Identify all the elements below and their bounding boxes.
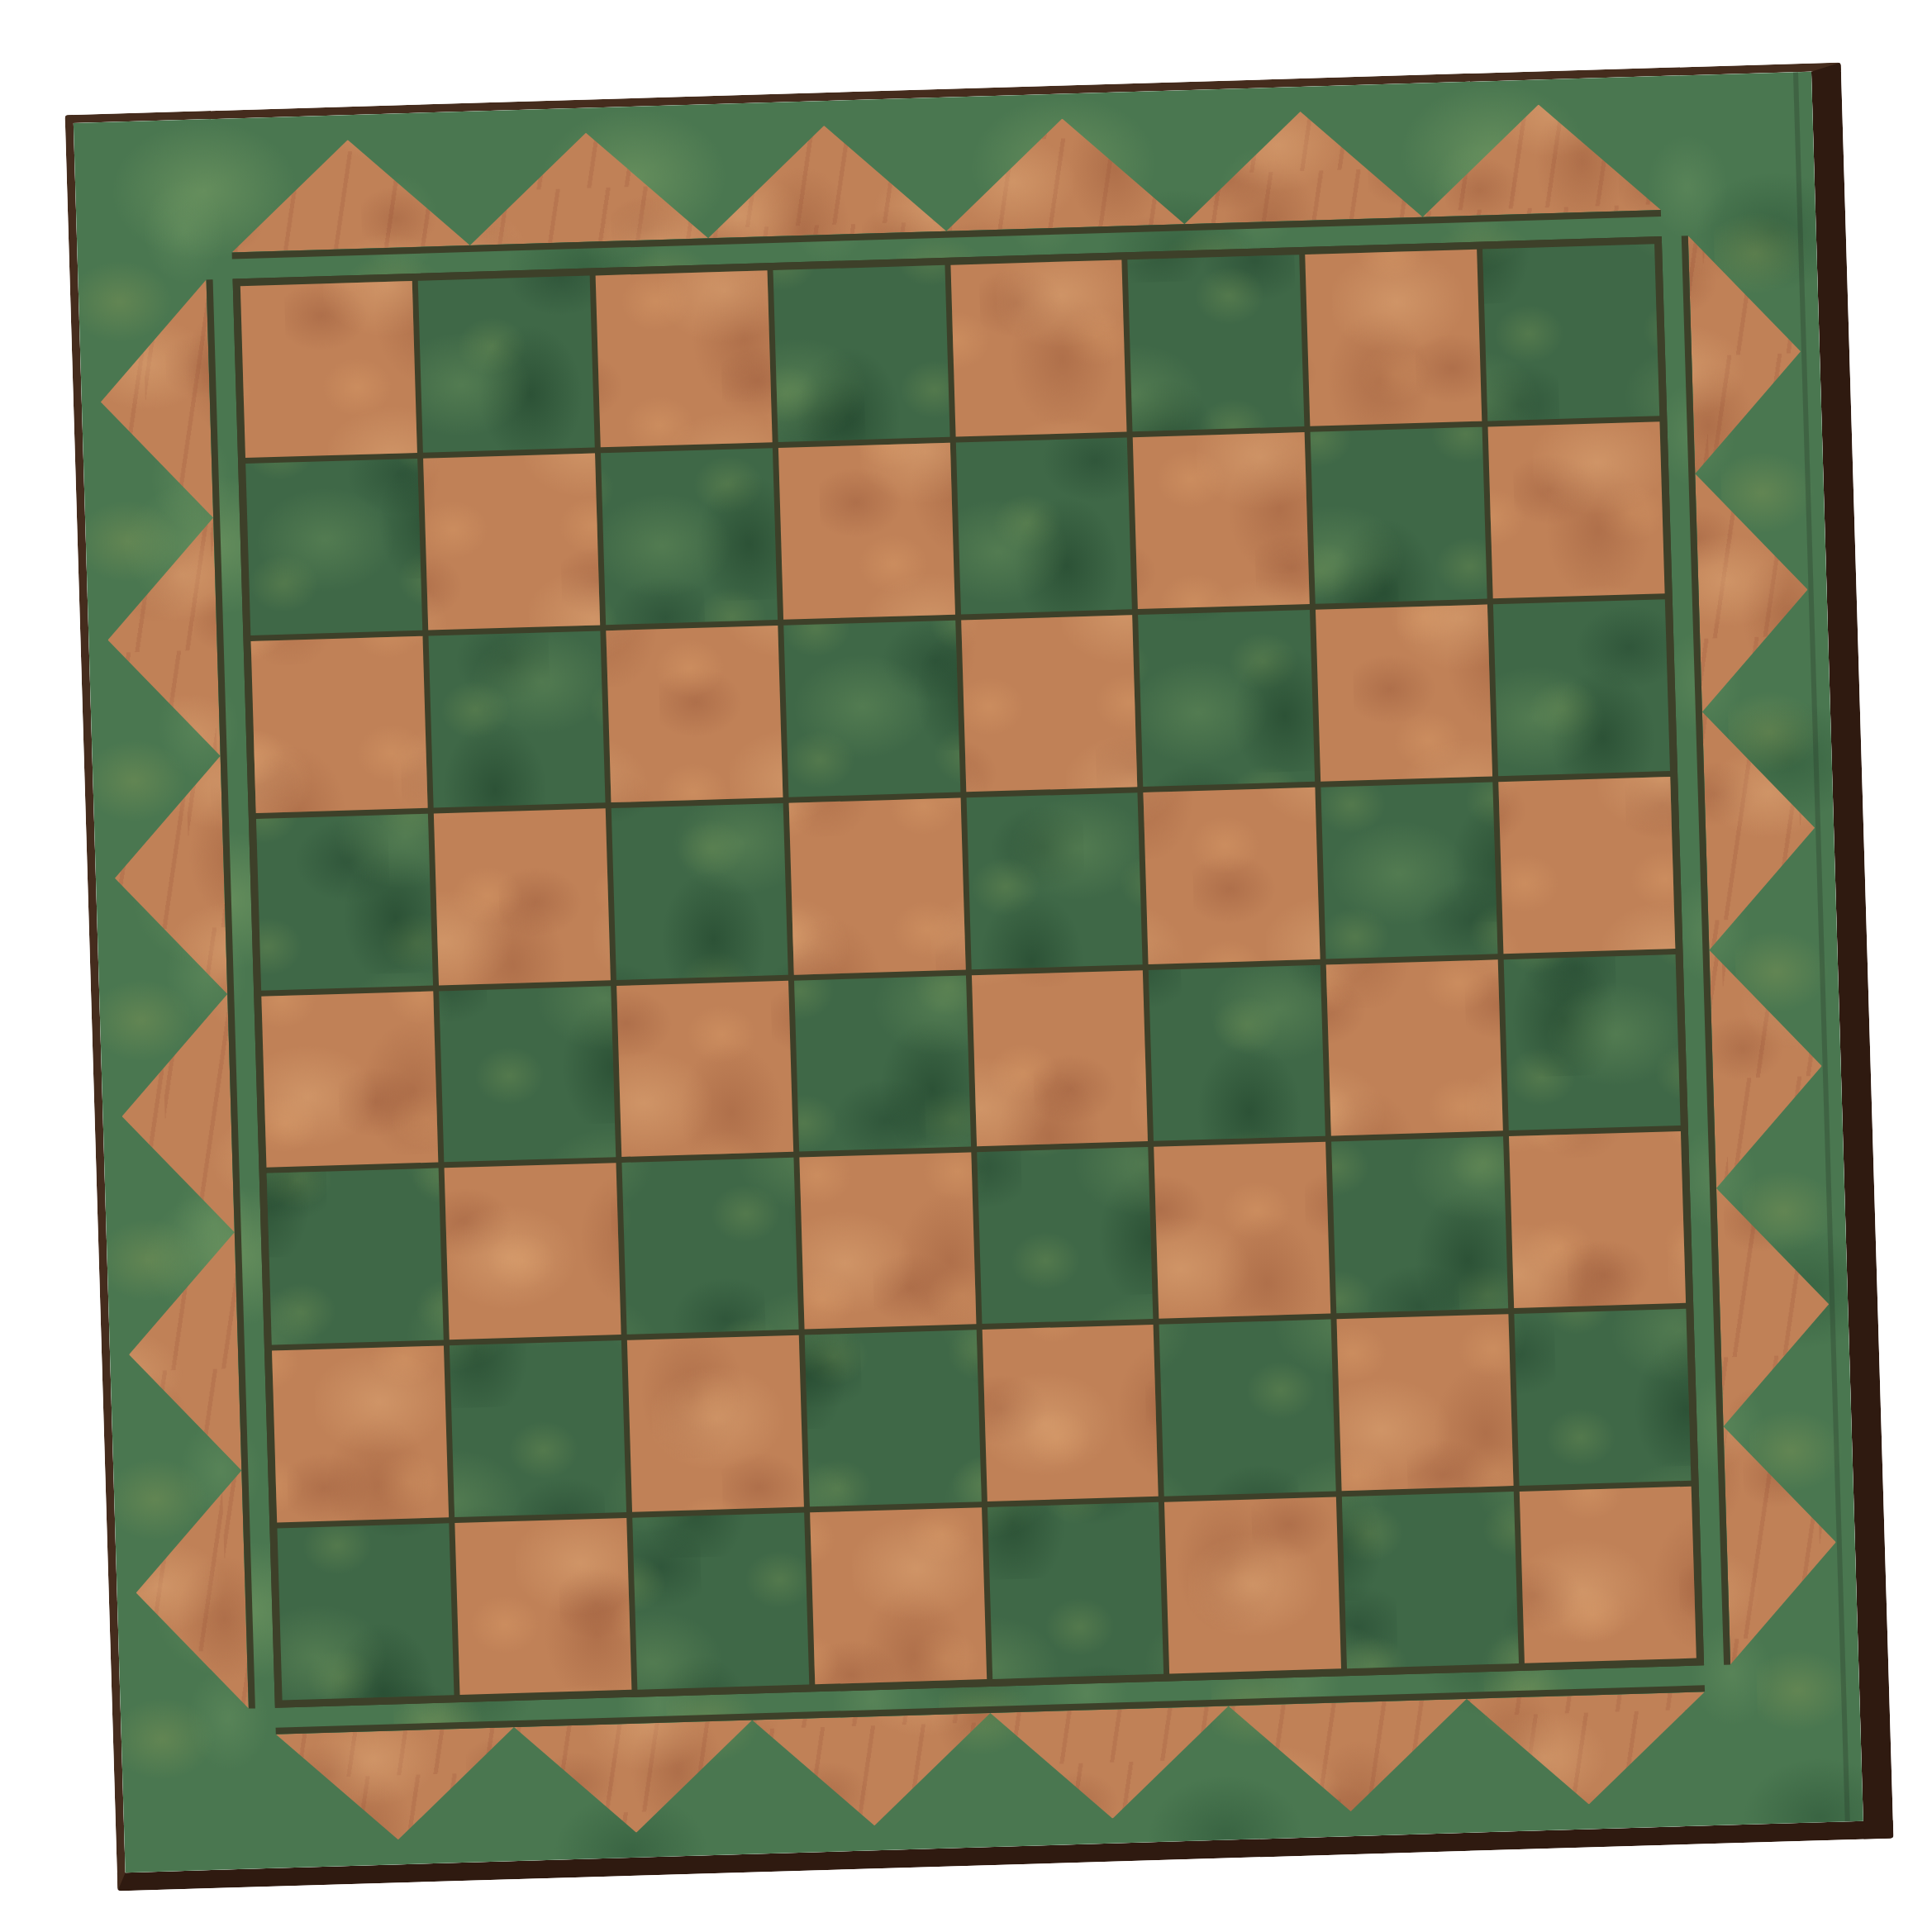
border-triangle xyxy=(943,115,1184,231)
square-a2 xyxy=(272,1346,449,1523)
square-c3 xyxy=(621,1158,798,1335)
square-e5 xyxy=(966,792,1143,969)
square-f5 xyxy=(1144,787,1321,964)
border-triangle xyxy=(104,518,220,759)
game-board xyxy=(65,63,1894,1892)
square-e3 xyxy=(977,1147,1154,1324)
square-h8 xyxy=(1482,244,1659,421)
border-triangle xyxy=(1229,1699,1470,1815)
square-h1 xyxy=(1520,1487,1696,1663)
square-c2 xyxy=(627,1335,804,1512)
square-a8 xyxy=(240,281,417,458)
square-h5 xyxy=(1498,777,1675,954)
sawtooth-border-left xyxy=(98,279,255,1711)
square-d2 xyxy=(804,1330,981,1507)
square-b6 xyxy=(428,631,605,807)
border-triangle xyxy=(990,1706,1231,1821)
square-a1 xyxy=(277,1523,454,1700)
square-f1 xyxy=(1164,1497,1341,1674)
square-d1 xyxy=(810,1507,987,1684)
square-e7 xyxy=(955,437,1132,614)
square-e6 xyxy=(961,615,1138,792)
border-triangle xyxy=(126,1232,241,1473)
square-g7 xyxy=(1311,427,1487,604)
square-g8 xyxy=(1305,250,1482,426)
square-b1 xyxy=(454,1518,631,1695)
square-c5 xyxy=(611,803,788,980)
square-h4 xyxy=(1504,954,1681,1130)
checker-grid xyxy=(233,236,1705,1708)
square-e4 xyxy=(971,970,1148,1147)
border-triangle xyxy=(705,122,946,238)
square-f2 xyxy=(1159,1320,1336,1497)
sawtooth-border-top xyxy=(229,101,1661,259)
board-surface xyxy=(74,72,1863,1873)
square-b7 xyxy=(423,453,600,630)
sawtooth-border-bottom xyxy=(276,1685,1708,1843)
photo-background xyxy=(0,0,1932,1932)
border-triangle xyxy=(118,994,234,1235)
square-c4 xyxy=(616,980,793,1157)
square-e2 xyxy=(982,1325,1159,1501)
border-triangle xyxy=(229,136,470,252)
square-g2 xyxy=(1337,1314,1514,1491)
border-triangle xyxy=(112,756,227,997)
square-d6 xyxy=(783,620,960,797)
square-a4 xyxy=(261,991,438,1168)
square-c7 xyxy=(601,448,778,625)
square-h2 xyxy=(1515,1309,1692,1486)
square-e1 xyxy=(987,1502,1164,1679)
border-triangle xyxy=(1467,1692,1708,1807)
square-b5 xyxy=(434,808,611,985)
border-triangle xyxy=(276,1727,517,1843)
square-g3 xyxy=(1331,1137,1508,1314)
square-c1 xyxy=(632,1513,809,1690)
sawtooth-border-right xyxy=(1682,232,1839,1664)
square-h6 xyxy=(1493,599,1670,776)
square-a5 xyxy=(256,813,433,990)
square-b4 xyxy=(439,986,616,1163)
square-a3 xyxy=(267,1168,444,1345)
border-triangle xyxy=(1688,232,1804,473)
square-g4 xyxy=(1326,959,1503,1136)
border-triangle xyxy=(1709,947,1825,1188)
square-e8 xyxy=(950,259,1127,436)
border-triangle xyxy=(1420,101,1661,217)
square-g1 xyxy=(1342,1492,1519,1668)
square-c8 xyxy=(595,270,772,447)
border-triangle xyxy=(132,1470,248,1711)
square-a7 xyxy=(245,459,422,635)
square-f6 xyxy=(1138,610,1315,787)
square-d7 xyxy=(778,443,955,620)
square-f8 xyxy=(1128,255,1305,431)
square-f4 xyxy=(1149,964,1325,1141)
square-g5 xyxy=(1321,782,1498,959)
square-d8 xyxy=(773,265,949,442)
border-triangle xyxy=(1702,709,1818,950)
square-b3 xyxy=(444,1163,621,1340)
square-d4 xyxy=(794,975,971,1152)
border-triangle xyxy=(98,279,213,521)
border-triangle xyxy=(467,129,708,245)
square-g6 xyxy=(1316,604,1492,781)
square-d3 xyxy=(799,1153,976,1330)
square-f7 xyxy=(1133,432,1310,609)
square-h3 xyxy=(1509,1131,1686,1308)
square-b2 xyxy=(450,1340,626,1517)
square-a6 xyxy=(251,636,428,813)
border-triangle xyxy=(1695,470,1811,711)
square-d5 xyxy=(788,797,965,974)
square-b8 xyxy=(418,276,595,453)
border-triangle xyxy=(1181,108,1422,224)
square-h7 xyxy=(1488,421,1665,598)
border-triangle xyxy=(1716,1185,1832,1426)
border-triangle xyxy=(514,1720,755,1836)
square-c6 xyxy=(606,626,783,802)
border-triangle xyxy=(752,1713,993,1829)
square-f3 xyxy=(1154,1142,1331,1319)
border-triangle xyxy=(1724,1423,1839,1664)
